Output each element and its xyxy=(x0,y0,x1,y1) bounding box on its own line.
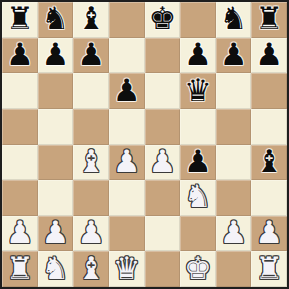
square-b7[interactable]: ♟ xyxy=(38,38,74,74)
white-bishop-piece[interactable]: ♝ xyxy=(77,253,105,284)
square-f8[interactable] xyxy=(180,2,216,38)
square-b6[interactable] xyxy=(38,73,74,109)
square-d7[interactable] xyxy=(109,38,145,74)
square-c6[interactable] xyxy=(73,73,109,109)
white-pawn-piece[interactable]: ♟ xyxy=(77,217,105,248)
square-b3[interactable] xyxy=(38,180,74,216)
square-d4[interactable]: ♟ xyxy=(109,145,145,181)
square-d6[interactable]: ♟ xyxy=(109,73,145,109)
square-h6[interactable] xyxy=(251,73,287,109)
square-b8[interactable]: ♞ xyxy=(38,2,74,38)
square-c1[interactable]: ♝ xyxy=(73,251,109,287)
square-f7[interactable]: ♟ xyxy=(180,38,216,74)
white-queen-piece[interactable]: ♛ xyxy=(113,253,141,284)
white-pawn-piece[interactable]: ♟ xyxy=(113,146,141,177)
square-c4[interactable]: ♝ xyxy=(73,145,109,181)
square-g2[interactable]: ♟ xyxy=(216,216,252,252)
square-c2[interactable]: ♟ xyxy=(73,216,109,252)
black-king-piece[interactable]: ♚ xyxy=(148,3,176,34)
square-f2[interactable] xyxy=(180,216,216,252)
black-bishop-piece[interactable]: ♝ xyxy=(255,146,283,177)
square-e7[interactable] xyxy=(145,38,181,74)
square-g3[interactable] xyxy=(216,180,252,216)
square-h7[interactable]: ♟ xyxy=(251,38,287,74)
square-e8[interactable]: ♚ xyxy=(145,2,181,38)
square-h3[interactable] xyxy=(251,180,287,216)
black-knight-piece[interactable]: ♞ xyxy=(42,3,70,34)
square-h5[interactable] xyxy=(251,109,287,145)
square-f6[interactable]: ♛ xyxy=(180,73,216,109)
square-a7[interactable]: ♟ xyxy=(2,38,38,74)
square-d1[interactable]: ♛ xyxy=(109,251,145,287)
square-a8[interactable]: ♜ xyxy=(2,2,38,38)
white-knight-piece[interactable]: ♞ xyxy=(42,253,70,284)
black-bishop-piece[interactable]: ♝ xyxy=(77,3,105,34)
black-knight-piece[interactable]: ♞ xyxy=(220,3,248,34)
square-d8[interactable] xyxy=(109,2,145,38)
black-pawn-piece[interactable]: ♟ xyxy=(184,39,212,70)
square-b4[interactable] xyxy=(38,145,74,181)
square-h1[interactable]: ♜ xyxy=(251,251,287,287)
square-h2[interactable]: ♟ xyxy=(251,216,287,252)
white-pawn-piece[interactable]: ♟ xyxy=(6,217,34,248)
square-e2[interactable] xyxy=(145,216,181,252)
white-pawn-piece[interactable]: ♟ xyxy=(255,217,283,248)
square-c8[interactable]: ♝ xyxy=(73,2,109,38)
white-pawn-piece[interactable]: ♟ xyxy=(42,217,70,248)
square-a5[interactable] xyxy=(2,109,38,145)
square-f1[interactable]: ♚ xyxy=(180,251,216,287)
square-h4[interactable]: ♝ xyxy=(251,145,287,181)
black-pawn-piece[interactable]: ♟ xyxy=(6,39,34,70)
square-a1[interactable]: ♜ xyxy=(2,251,38,287)
black-pawn-piece[interactable]: ♟ xyxy=(42,39,70,70)
square-g4[interactable] xyxy=(216,145,252,181)
square-c7[interactable]: ♟ xyxy=(73,38,109,74)
square-a4[interactable] xyxy=(2,145,38,181)
white-bishop-piece[interactable]: ♝ xyxy=(77,146,105,177)
white-pawn-piece[interactable]: ♟ xyxy=(220,217,248,248)
white-king-piece[interactable]: ♚ xyxy=(184,253,212,284)
black-pawn-piece[interactable]: ♟ xyxy=(255,39,283,70)
square-g1[interactable] xyxy=(216,251,252,287)
square-a6[interactable] xyxy=(2,73,38,109)
square-a3[interactable] xyxy=(2,180,38,216)
white-pawn-piece[interactable]: ♟ xyxy=(148,146,176,177)
square-a2[interactable]: ♟ xyxy=(2,216,38,252)
black-rook-piece[interactable]: ♜ xyxy=(6,3,34,34)
square-f5[interactable] xyxy=(180,109,216,145)
square-e3[interactable] xyxy=(145,180,181,216)
black-pawn-piece[interactable]: ♟ xyxy=(113,75,141,106)
square-h8[interactable]: ♜ xyxy=(251,2,287,38)
white-rook-piece[interactable]: ♜ xyxy=(255,253,283,284)
square-b5[interactable] xyxy=(38,109,74,145)
chess-board: ♜♞♝♚♞♜♟♟♟♟♟♟♟♛♝♟♟♟♝♞♟♟♟♟♟♜♞♝♛♚♜ xyxy=(0,0,289,289)
square-e6[interactable] xyxy=(145,73,181,109)
square-c3[interactable] xyxy=(73,180,109,216)
square-d5[interactable] xyxy=(109,109,145,145)
square-e1[interactable] xyxy=(145,251,181,287)
black-pawn-piece[interactable]: ♟ xyxy=(77,39,105,70)
square-g5[interactable] xyxy=(216,109,252,145)
square-f3[interactable]: ♞ xyxy=(180,180,216,216)
black-pawn-piece[interactable]: ♟ xyxy=(184,146,212,177)
square-f4[interactable]: ♟ xyxy=(180,145,216,181)
black-rook-piece[interactable]: ♜ xyxy=(255,3,283,34)
square-g6[interactable] xyxy=(216,73,252,109)
black-queen-piece[interactable]: ♛ xyxy=(184,75,212,106)
square-d2[interactable] xyxy=(109,216,145,252)
square-b1[interactable]: ♞ xyxy=(38,251,74,287)
white-knight-piece[interactable]: ♞ xyxy=(184,181,212,212)
black-pawn-piece[interactable]: ♟ xyxy=(220,39,248,70)
square-e4[interactable]: ♟ xyxy=(145,145,181,181)
square-e5[interactable] xyxy=(145,109,181,145)
white-rook-piece[interactable]: ♜ xyxy=(6,253,34,284)
square-d3[interactable] xyxy=(109,180,145,216)
square-g8[interactable]: ♞ xyxy=(216,2,252,38)
square-b2[interactable]: ♟ xyxy=(38,216,74,252)
square-c5[interactable] xyxy=(73,109,109,145)
square-g7[interactable]: ♟ xyxy=(216,38,252,74)
